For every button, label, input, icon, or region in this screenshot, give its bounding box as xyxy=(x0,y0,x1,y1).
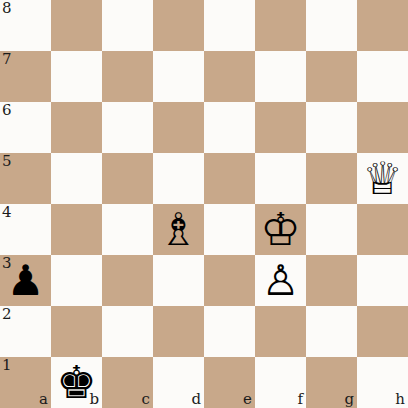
piece-white-bishop[interactable]: ♗ xyxy=(153,204,204,255)
square-c5[interactable] xyxy=(102,153,153,204)
square-f2[interactable] xyxy=(255,306,306,357)
square-b3[interactable] xyxy=(51,255,102,306)
square-b7[interactable] xyxy=(51,51,102,102)
square-b8[interactable] xyxy=(51,0,102,51)
square-b6[interactable] xyxy=(51,102,102,153)
square-c3[interactable] xyxy=(102,255,153,306)
square-c7[interactable] xyxy=(102,51,153,102)
square-d7[interactable] xyxy=(153,51,204,102)
square-g3[interactable] xyxy=(306,255,357,306)
square-a2[interactable]: 2 xyxy=(0,306,51,357)
square-f3[interactable]: ♙ xyxy=(255,255,306,306)
square-e8[interactable] xyxy=(204,0,255,51)
piece-white-queen[interactable]: ♕ xyxy=(357,153,408,204)
square-g5[interactable] xyxy=(306,153,357,204)
file-label-f: f xyxy=(297,392,303,407)
rank-label-7: 7 xyxy=(2,52,12,67)
file-label-a: a xyxy=(39,392,48,407)
square-h4[interactable] xyxy=(357,204,408,255)
square-g1[interactable]: g xyxy=(306,357,357,408)
square-g2[interactable] xyxy=(306,306,357,357)
square-e4[interactable] xyxy=(204,204,255,255)
square-g8[interactable] xyxy=(306,0,357,51)
square-g6[interactable] xyxy=(306,102,357,153)
square-f1[interactable]: f xyxy=(255,357,306,408)
square-f4[interactable]: ♔ xyxy=(255,204,306,255)
file-label-d: d xyxy=(191,392,201,407)
file-label-e: e xyxy=(243,392,252,407)
rank-label-5: 5 xyxy=(2,154,12,169)
square-e2[interactable] xyxy=(204,306,255,357)
square-d6[interactable] xyxy=(153,102,204,153)
file-label-g: g xyxy=(344,392,354,407)
square-h2[interactable] xyxy=(357,306,408,357)
square-a1[interactable]: 1a xyxy=(0,357,51,408)
square-h5[interactable]: ♕ xyxy=(357,153,408,204)
square-h3[interactable] xyxy=(357,255,408,306)
rank-label-4: 4 xyxy=(2,205,12,220)
square-f5[interactable] xyxy=(255,153,306,204)
square-e7[interactable] xyxy=(204,51,255,102)
square-h8[interactable] xyxy=(357,0,408,51)
square-a4[interactable]: 4 xyxy=(0,204,51,255)
square-d1[interactable]: d xyxy=(153,357,204,408)
square-d8[interactable] xyxy=(153,0,204,51)
rank-label-2: 2 xyxy=(2,307,12,322)
square-d4[interactable]: ♗ xyxy=(153,204,204,255)
rank-label-1: 1 xyxy=(2,358,12,373)
square-d3[interactable] xyxy=(153,255,204,306)
file-label-c: c xyxy=(142,392,150,407)
square-f7[interactable] xyxy=(255,51,306,102)
square-a3[interactable]: 3♟ xyxy=(0,255,51,306)
square-g4[interactable] xyxy=(306,204,357,255)
square-e1[interactable]: e xyxy=(204,357,255,408)
square-b4[interactable] xyxy=(51,204,102,255)
square-e5[interactable] xyxy=(204,153,255,204)
piece-black-king[interactable]: ♚ xyxy=(51,357,102,408)
file-label-h: h xyxy=(395,392,405,407)
piece-white-king[interactable]: ♔ xyxy=(255,204,306,255)
square-a6[interactable]: 6 xyxy=(0,102,51,153)
square-e3[interactable] xyxy=(204,255,255,306)
square-a7[interactable]: 7 xyxy=(0,51,51,102)
piece-black-pawn[interactable]: ♟ xyxy=(0,255,51,306)
piece-white-pawn[interactable]: ♙ xyxy=(255,255,306,306)
square-c4[interactable] xyxy=(102,204,153,255)
square-h7[interactable] xyxy=(357,51,408,102)
square-a8[interactable]: 8 xyxy=(0,0,51,51)
square-h1[interactable]: h xyxy=(357,357,408,408)
square-c8[interactable] xyxy=(102,0,153,51)
rank-label-6: 6 xyxy=(2,103,12,118)
square-a5[interactable]: 5 xyxy=(0,153,51,204)
rank-label-8: 8 xyxy=(2,1,12,16)
square-d5[interactable] xyxy=(153,153,204,204)
square-f6[interactable] xyxy=(255,102,306,153)
square-g7[interactable] xyxy=(306,51,357,102)
square-b5[interactable] xyxy=(51,153,102,204)
square-c1[interactable]: c xyxy=(102,357,153,408)
square-b2[interactable] xyxy=(51,306,102,357)
square-f8[interactable] xyxy=(255,0,306,51)
square-d2[interactable] xyxy=(153,306,204,357)
square-b1[interactable]: b♚ xyxy=(51,357,102,408)
chess-board: 8765♕4♗♔3♟♙21ab♚cdefgh xyxy=(0,0,408,408)
square-e6[interactable] xyxy=(204,102,255,153)
square-c6[interactable] xyxy=(102,102,153,153)
square-c2[interactable] xyxy=(102,306,153,357)
square-h6[interactable] xyxy=(357,102,408,153)
